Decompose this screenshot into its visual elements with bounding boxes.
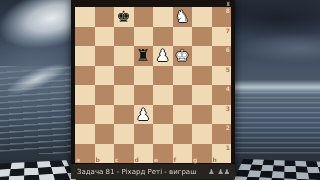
black-rook: ♜	[134, 46, 154, 66]
wallpaper-checkerboard-floor-left	[0, 160, 77, 180]
square-d4[interactable]	[134, 85, 154, 105]
square-b3[interactable]	[95, 105, 115, 125]
square-f6[interactable]: ♚	[173, 46, 193, 66]
square-g1[interactable]: g	[192, 144, 212, 164]
square-b4[interactable]	[95, 85, 115, 105]
square-c5[interactable]	[114, 66, 134, 86]
square-e2[interactable]	[153, 124, 173, 144]
square-c7[interactable]	[114, 27, 134, 47]
rank-label-2: 2	[226, 124, 230, 131]
white-knight: ♞	[173, 7, 193, 27]
square-h3[interactable]: 3	[212, 105, 232, 125]
puzzle-title: Задача 81 - Ріхард Реті - виграш	[77, 168, 208, 176]
square-c1[interactable]: c	[114, 144, 134, 164]
square-g3[interactable]	[192, 105, 212, 125]
square-h4[interactable]: 4	[212, 85, 232, 105]
chess-window: ♜ ♚♞87♜♟♚654♟32abcdefg1h Задача 81 - Ріх…	[71, 0, 235, 178]
rank-label-6: 6	[226, 46, 230, 53]
square-d1[interactable]: d	[134, 144, 154, 164]
square-h7[interactable]: 7	[212, 27, 232, 47]
square-e6[interactable]: ♟	[153, 46, 173, 66]
square-g2[interactable]	[192, 124, 212, 144]
square-b6[interactable]	[95, 46, 115, 66]
square-h8[interactable]: 8	[212, 7, 232, 27]
square-e1[interactable]: e	[153, 144, 173, 164]
square-c3[interactable]	[114, 105, 134, 125]
file-label-f: f	[174, 156, 177, 163]
status-bar: Задача 81 - Ріхард Реті - виграш ♟ ♟♟	[71, 163, 235, 179]
file-label-h: h	[213, 156, 217, 163]
rank-label-3: 3	[226, 105, 230, 112]
square-d7[interactable]	[134, 27, 154, 47]
square-a4[interactable]	[75, 85, 95, 105]
desktop: ♜ ♚♞87♜♟♚654♟32abcdefg1h Задача 81 - Ріх…	[0, 0, 320, 180]
square-h1[interactable]: 1h	[212, 144, 232, 164]
square-b5[interactable]	[95, 66, 115, 86]
square-g6[interactable]	[192, 46, 212, 66]
white-pawn: ♟	[134, 105, 154, 125]
square-c2[interactable]	[114, 124, 134, 144]
wallpaper-sea-left	[0, 66, 74, 154]
status-players-icon[interactable]: ♟♟	[217, 168, 230, 176]
square-d8[interactable]	[134, 7, 154, 27]
square-e3[interactable]	[153, 105, 173, 125]
status-piece-icon[interactable]: ♟	[208, 168, 214, 176]
square-g4[interactable]	[192, 85, 212, 105]
square-b7[interactable]	[95, 27, 115, 47]
square-d5[interactable]	[134, 66, 154, 86]
square-e4[interactable]	[153, 85, 173, 105]
square-f8[interactable]: ♞	[173, 7, 193, 27]
square-a8[interactable]	[75, 7, 95, 27]
square-c8[interactable]: ♚	[114, 7, 134, 27]
wallpaper-horizon	[232, 80, 320, 96]
square-a1[interactable]: a	[75, 144, 95, 164]
square-g5[interactable]	[192, 66, 212, 86]
square-d2[interactable]	[134, 124, 154, 144]
square-f3[interactable]	[173, 105, 193, 125]
square-g8[interactable]	[192, 7, 212, 27]
square-h2[interactable]: 2	[212, 124, 232, 144]
square-b2[interactable]	[95, 124, 115, 144]
file-label-g: g	[193, 156, 197, 163]
window-header: ♜	[71, 0, 235, 7]
black-king: ♚	[114, 7, 134, 27]
square-f4[interactable]	[173, 85, 193, 105]
square-a6[interactable]	[75, 46, 95, 66]
rook-icon[interactable]: ♜	[226, 1, 231, 7]
white-king: ♚	[173, 46, 193, 66]
square-e7[interactable]	[153, 27, 173, 47]
wallpaper-checkerboard-floor-right	[233, 159, 320, 180]
status-icons: ♟ ♟♟	[208, 168, 230, 176]
square-a7[interactable]	[75, 27, 95, 47]
square-f7[interactable]	[173, 27, 193, 47]
file-label-e: e	[154, 156, 158, 163]
file-label-c: c	[115, 156, 119, 163]
square-e5[interactable]	[153, 66, 173, 86]
rank-label-7: 7	[226, 27, 230, 34]
square-c6[interactable]	[114, 46, 134, 66]
rank-label-4: 4	[226, 85, 230, 92]
rank-label-5: 5	[226, 66, 230, 73]
square-c4[interactable]	[114, 85, 134, 105]
square-d6[interactable]: ♜	[134, 46, 154, 66]
rank-label-8: 8	[226, 7, 230, 14]
square-f2[interactable]	[173, 124, 193, 144]
square-a5[interactable]	[75, 66, 95, 86]
square-h6[interactable]: 6	[212, 46, 232, 66]
square-f5[interactable]	[173, 66, 193, 86]
chess-board: ♚♞87♜♟♚654♟32abcdefg1h	[75, 7, 231, 163]
file-label-b: b	[96, 156, 100, 163]
square-b8[interactable]	[95, 7, 115, 27]
square-a3[interactable]	[75, 105, 95, 125]
square-e8[interactable]	[153, 7, 173, 27]
square-d3[interactable]: ♟	[134, 105, 154, 125]
white-pawn: ♟	[153, 46, 173, 66]
square-b1[interactable]: b	[95, 144, 115, 164]
rank-label-1: 1	[226, 144, 230, 151]
file-label-d: d	[135, 156, 139, 163]
square-a2[interactable]	[75, 124, 95, 144]
file-label-a: a	[76, 156, 80, 163]
square-g7[interactable]	[192, 27, 212, 47]
wallpaper-sea-right	[232, 92, 320, 154]
square-f1[interactable]: f	[173, 144, 193, 164]
square-h5[interactable]: 5	[212, 66, 232, 86]
